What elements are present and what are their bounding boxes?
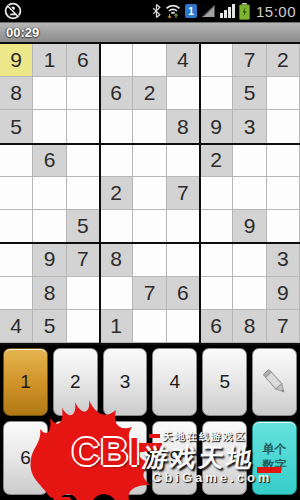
cell-r3c5[interactable]: [133, 110, 166, 143]
mode-button-line2: 数字: [263, 458, 287, 474]
cell-r3c9[interactable]: [267, 110, 300, 143]
cell-r6c5[interactable]: [133, 210, 166, 243]
digit-button-6[interactable]: 6: [3, 421, 48, 495]
cell-r1c2[interactable]: 1: [33, 44, 66, 77]
cell-r3c7[interactable]: 9: [200, 110, 233, 143]
battery-charging-icon: [239, 3, 250, 20]
cell-r3c6[interactable]: 8: [167, 110, 200, 143]
cell-r5c2[interactable]: [33, 177, 66, 210]
cell-r7c7[interactable]: [200, 243, 233, 276]
cell-r5c3[interactable]: [67, 177, 100, 210]
cell-r1c4[interactable]: [100, 44, 133, 77]
cell-r8c1[interactable]: [0, 277, 33, 310]
cell-r2c3[interactable]: [67, 77, 100, 110]
cell-r1c8[interactable]: 7: [233, 44, 266, 77]
cell-r1c5[interactable]: [133, 44, 166, 77]
sudoku-board[interactable]: 9164728625589362275997838769451687: [0, 44, 300, 343]
cell-r2c5[interactable]: 2: [133, 77, 166, 110]
cell-r5c8[interactable]: [233, 177, 266, 210]
cell-r7c1[interactable]: [0, 243, 33, 276]
cell-r2c9[interactable]: [267, 77, 300, 110]
cell-r3c8[interactable]: 3: [233, 110, 266, 143]
cell-r5c6[interactable]: 7: [167, 177, 200, 210]
cell-r6c2[interactable]: [33, 210, 66, 243]
digit-button-9[interactable]: 9: [152, 421, 197, 495]
keypad: 1 2 3 4 5 6 7 8 9 单个 数字: [0, 345, 300, 500]
cell-r9c1[interactable]: 4: [0, 310, 33, 343]
sim1-badge: 1: [185, 4, 197, 18]
cell-r1c6[interactable]: 4: [167, 44, 200, 77]
mode-button-line1: 单个: [263, 442, 287, 458]
cell-r8c3[interactable]: [67, 277, 100, 310]
cell-r4c3[interactable]: [67, 144, 100, 177]
cell-r7c4[interactable]: 8: [100, 243, 133, 276]
cell-r5c4[interactable]: 2: [100, 177, 133, 210]
timer-bar: 00:29: [0, 22, 300, 42]
pencil-button[interactable]: [252, 348, 297, 416]
cell-r4c1[interactable]: [0, 144, 33, 177]
cell-r9c4[interactable]: 1: [100, 310, 133, 343]
cell-r3c1[interactable]: 5: [0, 110, 33, 143]
cell-r7c5[interactable]: [133, 243, 166, 276]
cell-r7c2[interactable]: 9: [33, 243, 66, 276]
cell-r6c8[interactable]: 9: [233, 210, 266, 243]
cell-r6c1[interactable]: [0, 210, 33, 243]
timer-value: 00:29: [6, 25, 39, 40]
cell-r4c7[interactable]: 2: [200, 144, 233, 177]
box-line-vertical-2: [199, 44, 201, 343]
cell-r9c2[interactable]: 5: [33, 310, 66, 343]
digit-button-8[interactable]: 8: [103, 421, 148, 495]
cell-r2c2[interactable]: [33, 77, 66, 110]
cell-r4c4[interactable]: [100, 144, 133, 177]
cell-r1c9[interactable]: 2: [267, 44, 300, 77]
cell-r8c7[interactable]: [200, 277, 233, 310]
cell-r9c7[interactable]: 6: [200, 310, 233, 343]
cell-r7c3[interactable]: 7: [67, 243, 100, 276]
blocking-mode-icon: [4, 2, 22, 20]
cell-r3c4[interactable]: [100, 110, 133, 143]
cell-r9c9[interactable]: 7: [267, 310, 300, 343]
cell-r1c7[interactable]: [200, 44, 233, 77]
cell-r1c1[interactable]: 9: [0, 44, 33, 77]
box-line-horizontal-1: [0, 143, 300, 145]
digit-button-7[interactable]: 7: [53, 421, 98, 495]
cell-r5c5[interactable]: [133, 177, 166, 210]
box-line-vertical-1: [99, 44, 101, 343]
cell-r8c9[interactable]: 9: [267, 277, 300, 310]
cell-r8c6[interactable]: 6: [167, 277, 200, 310]
digit-button-1[interactable]: 1: [3, 348, 48, 416]
box-line-horizontal-2: [0, 242, 300, 244]
cell-r4c2[interactable]: 6: [33, 144, 66, 177]
cell-r4c9[interactable]: [267, 144, 300, 177]
cell-r1c3[interactable]: 6: [67, 44, 100, 77]
cell-r2c7[interactable]: [200, 77, 233, 110]
cell-r8c8[interactable]: [233, 277, 266, 310]
bluetooth-icon: [152, 4, 161, 18]
cell-r5c1[interactable]: [0, 177, 33, 210]
cell-r2c8[interactable]: 5: [233, 77, 266, 110]
cell-r9c5[interactable]: [133, 310, 166, 343]
cell-r2c6[interactable]: [167, 77, 200, 110]
cell-r9c3[interactable]: [67, 310, 100, 343]
pencil-icon: [258, 365, 292, 399]
covered-button[interactable]: [202, 421, 247, 495]
digit-button-5[interactable]: 5: [202, 348, 247, 416]
digit-button-3[interactable]: 3: [103, 348, 148, 416]
sudoku-board-wrap: 9164728625589362275997838769451687: [0, 42, 300, 345]
cell-r8c2[interactable]: 8: [33, 277, 66, 310]
cell-r6c9[interactable]: [267, 210, 300, 243]
cell-r5c7[interactable]: [200, 177, 233, 210]
wifi-updown-icon: [165, 3, 181, 19]
cell-r9c6[interactable]: [167, 310, 200, 343]
cell-r7c8[interactable]: [233, 243, 266, 276]
cell-r6c4[interactable]: [100, 210, 133, 243]
cell-r2c4[interactable]: 6: [100, 77, 133, 110]
cell-r6c3[interactable]: 5: [67, 210, 100, 243]
cell-r8c4[interactable]: [100, 277, 133, 310]
cell-r6c6[interactable]: [167, 210, 200, 243]
cell-r2c1[interactable]: 8: [0, 77, 33, 110]
cell-r9c8[interactable]: 8: [233, 310, 266, 343]
digit-button-4[interactable]: 4: [152, 348, 197, 416]
cell-r4c8[interactable]: [233, 144, 266, 177]
cell-r5c9[interactable]: [267, 177, 300, 210]
clock: 15:00: [256, 3, 296, 20]
digit-button-2[interactable]: 2: [53, 348, 98, 416]
cell-r4c6[interactable]: [167, 144, 200, 177]
signal-bars-icon: [220, 4, 235, 18]
cell-r8c5[interactable]: 7: [133, 277, 166, 310]
single-digit-mode-button[interactable]: 单个 数字: [252, 421, 297, 495]
status-bar: 1 15:00: [0, 0, 300, 22]
cell-r3c3[interactable]: [67, 110, 100, 143]
cell-r7c9[interactable]: 3: [267, 243, 300, 276]
no-signal-triangle-icon: [201, 4, 216, 18]
cell-r4c5[interactable]: [133, 144, 166, 177]
cell-r7c6[interactable]: [167, 243, 200, 276]
cell-r6c7[interactable]: [200, 210, 233, 243]
cell-r3c2[interactable]: [33, 110, 66, 143]
